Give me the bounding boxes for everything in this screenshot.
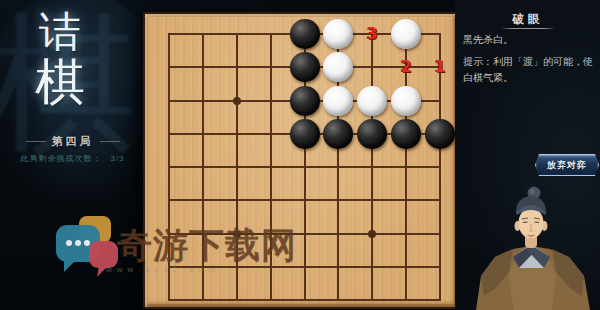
black-stone — [290, 19, 320, 49]
board-line-v — [371, 33, 373, 301]
round-label: 第四局 — [0, 134, 145, 149]
white-stone — [323, 19, 353, 49]
black-stone — [357, 119, 387, 149]
board-line-h — [168, 266, 441, 268]
black-stone — [290, 119, 320, 149]
left-sidebar: 棋 诘 棋 第四局 此局剩余挑战次数：3/3 — [0, 0, 145, 310]
divider-line — [100, 141, 120, 142]
white-stone — [323, 52, 353, 82]
title-char-bottom: 棋 — [0, 56, 120, 109]
black-stone — [290, 86, 320, 116]
move-marker: 3 — [363, 25, 381, 43]
white-stone — [391, 86, 421, 116]
star-point — [368, 230, 376, 238]
white-stone — [323, 86, 353, 116]
star-point — [233, 230, 241, 238]
black-stone — [391, 119, 421, 149]
white-stone — [391, 19, 421, 49]
board-line-h — [168, 233, 441, 235]
star-point — [233, 97, 241, 105]
puzzle-mode-title: 诘 棋 — [0, 10, 120, 109]
attempts-remaining: 此局剩余挑战次数：3/3 — [0, 153, 145, 164]
board-grid[interactable]: 321 — [169, 34, 440, 300]
puzzle-hint: 提示：利用「渡」的可能，使白棋气紧。 — [463, 54, 595, 85]
move-marker: 1 — [431, 58, 449, 76]
black-stone — [290, 52, 320, 82]
npc-portrait — [468, 184, 600, 310]
divider-line — [26, 141, 46, 142]
attempts-value: 3/3 — [110, 154, 124, 163]
puzzle-title: 破眼 — [455, 11, 600, 28]
black-stone — [425, 119, 455, 149]
board-line-h — [168, 199, 441, 201]
black-stone — [323, 119, 353, 149]
game-screen: 棋 诘 棋 第四局 此局剩余挑战次数：3/3 321 破眼 黑先杀白。 提示：利… — [0, 0, 600, 310]
attempts-label: 此局剩余挑战次数： — [20, 154, 101, 163]
move-marker: 2 — [397, 58, 415, 76]
white-stone — [357, 86, 387, 116]
go-board[interactable]: 321 — [143, 12, 459, 309]
title-char-top: 诘 — [0, 10, 120, 54]
puzzle-objective: 黑先杀白。 — [463, 32, 595, 47]
board-line-h — [168, 299, 441, 301]
title-underline — [501, 28, 555, 29]
give-up-button[interactable]: 放弃对弈 — [535, 154, 599, 176]
